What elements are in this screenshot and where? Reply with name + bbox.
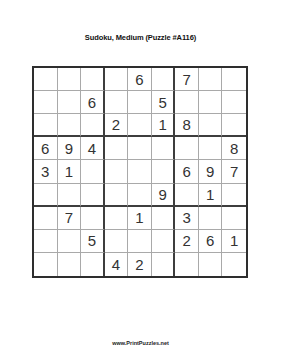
cell-r4c3: 4 (81, 137, 105, 160)
cell-r6c4 (105, 184, 129, 207)
cell-r7c9 (222, 207, 246, 230)
cell-r5c2: 1 (58, 160, 82, 183)
cell-r7c7: 3 (175, 207, 199, 230)
cell-r8c1 (34, 230, 58, 253)
cell-r9c5: 2 (128, 253, 152, 276)
cell-r3c7: 8 (175, 114, 199, 137)
cell-r8c4 (105, 230, 129, 253)
cell-r1c9 (222, 68, 246, 91)
cell-r1c8 (199, 68, 223, 91)
cell-r9c6 (152, 253, 176, 276)
page: Sudoku, Medium (Puzzle #A116) 6765218694… (0, 0, 281, 363)
sudoku-board: 676521869483169791713526142 (32, 66, 248, 278)
cell-r1c5: 6 (128, 68, 152, 91)
cell-r1c7: 7 (175, 68, 199, 91)
cell-r2c4 (105, 91, 129, 114)
cell-r4c9: 8 (222, 137, 246, 160)
cell-r6c6: 9 (152, 184, 176, 207)
cell-r6c1 (34, 184, 58, 207)
cell-r9c1 (34, 253, 58, 276)
cell-r7c8 (199, 207, 223, 230)
cell-r8c9: 1 (222, 230, 246, 253)
cell-r8c3: 5 (81, 230, 105, 253)
cell-r1c4 (105, 68, 129, 91)
cell-r6c2 (58, 184, 82, 207)
cell-r5c4 (105, 160, 129, 183)
cell-r1c6 (152, 68, 176, 91)
cell-r6c7 (175, 184, 199, 207)
cell-r4c2: 9 (58, 137, 82, 160)
footer-url: www.PrintPuzzles.net (0, 340, 281, 346)
cell-r8c7: 2 (175, 230, 199, 253)
cell-r6c3 (81, 184, 105, 207)
cell-r3c5 (128, 114, 152, 137)
cell-r4c6 (152, 137, 176, 160)
cell-r1c2 (58, 68, 82, 91)
cell-r5c8: 9 (199, 160, 223, 183)
cell-r6c5 (128, 184, 152, 207)
cell-r5c9: 7 (222, 160, 246, 183)
cell-r5c3 (81, 160, 105, 183)
cell-r9c2 (58, 253, 82, 276)
cell-r9c9 (222, 253, 246, 276)
cell-r5c7: 6 (175, 160, 199, 183)
cell-r3c6: 1 (152, 114, 176, 137)
cell-r4c4 (105, 137, 129, 160)
cell-r3c2 (58, 114, 82, 137)
cell-r3c1 (34, 114, 58, 137)
cell-r9c8 (199, 253, 223, 276)
cell-r2c7 (175, 91, 199, 114)
cell-r2c6: 5 (152, 91, 176, 114)
cell-r9c3 (81, 253, 105, 276)
cell-r4c7 (175, 137, 199, 160)
cell-r7c4 (105, 207, 129, 230)
cell-r9c7 (175, 253, 199, 276)
cell-r4c8 (199, 137, 223, 160)
cell-r5c1: 3 (34, 160, 58, 183)
cell-r2c5 (128, 91, 152, 114)
cell-r8c8: 6 (199, 230, 223, 253)
cell-r3c8 (199, 114, 223, 137)
cell-r9c4: 4 (105, 253, 129, 276)
cell-r4c1: 6 (34, 137, 58, 160)
cell-r5c5 (128, 160, 152, 183)
cell-r2c1 (34, 91, 58, 114)
cell-r7c5: 1 (128, 207, 152, 230)
cell-r3c3 (81, 114, 105, 137)
puzzle-title: Sudoku, Medium (Puzzle #A116) (0, 33, 281, 42)
cell-r7c1 (34, 207, 58, 230)
cell-r2c2 (58, 91, 82, 114)
cell-r4c5 (128, 137, 152, 160)
cell-r6c9 (222, 184, 246, 207)
cell-r2c9 (222, 91, 246, 114)
cell-r8c5 (128, 230, 152, 253)
cell-r7c6 (152, 207, 176, 230)
cell-r7c2: 7 (58, 207, 82, 230)
cell-r8c6 (152, 230, 176, 253)
cell-r6c8: 1 (199, 184, 223, 207)
cell-r5c6 (152, 160, 176, 183)
cell-r1c3 (81, 68, 105, 91)
cell-r2c3: 6 (81, 91, 105, 114)
cell-r1c1 (34, 68, 58, 91)
cell-r8c2 (58, 230, 82, 253)
cell-r2c8 (199, 91, 223, 114)
cell-r7c3 (81, 207, 105, 230)
cell-r3c4: 2 (105, 114, 129, 137)
cell-r3c9 (222, 114, 246, 137)
